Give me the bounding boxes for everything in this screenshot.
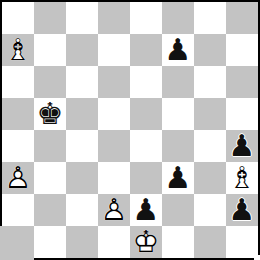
square-g7[interactable] xyxy=(194,34,226,66)
piece-black-king[interactable]: ♚ xyxy=(34,98,66,130)
square-e6[interactable] xyxy=(130,66,162,98)
square-c6[interactable] xyxy=(66,66,98,98)
square-d2[interactable]: ♟♙ xyxy=(98,194,130,226)
square-b5[interactable]: ♚ xyxy=(34,98,66,130)
square-d5[interactable] xyxy=(98,98,130,130)
white-bishop-icon: ♗ xyxy=(2,34,34,66)
square-h5[interactable] xyxy=(226,98,258,130)
piece-black-pawn[interactable]: ♟ xyxy=(226,130,258,162)
white-bishop-icon: ♗ xyxy=(226,162,258,194)
square-h1[interactable] xyxy=(226,226,258,258)
square-a2[interactable] xyxy=(2,194,34,226)
square-a7[interactable]: ♝♗ xyxy=(2,34,34,66)
square-f8[interactable] xyxy=(162,2,194,34)
square-c5[interactable] xyxy=(66,98,98,130)
square-e2[interactable]: ♟ xyxy=(130,194,162,226)
piece-white-king[interactable]: ♚♔ xyxy=(130,226,162,258)
square-d4[interactable] xyxy=(98,130,130,162)
square-g3[interactable] xyxy=(194,162,226,194)
piece-white-bishop[interactable]: ♝♗ xyxy=(2,34,34,66)
square-d3[interactable] xyxy=(98,162,130,194)
square-b4[interactable] xyxy=(34,130,66,162)
white-pawn-icon: ♙ xyxy=(2,162,34,194)
square-b2[interactable] xyxy=(34,194,66,226)
square-b6[interactable] xyxy=(34,66,66,98)
square-f6[interactable] xyxy=(162,66,194,98)
square-d6[interactable] xyxy=(98,66,130,98)
square-c4[interactable] xyxy=(66,130,98,162)
square-a4[interactable] xyxy=(2,130,34,162)
square-f1[interactable] xyxy=(162,226,194,258)
square-b7[interactable] xyxy=(34,34,66,66)
square-e3[interactable] xyxy=(130,162,162,194)
square-a5[interactable] xyxy=(2,98,34,130)
square-h2[interactable]: ♟ xyxy=(226,194,258,226)
square-b8[interactable] xyxy=(34,2,66,34)
piece-black-pawn[interactable]: ♟ xyxy=(130,194,162,226)
square-h7[interactable] xyxy=(226,34,258,66)
square-c7[interactable] xyxy=(66,34,98,66)
chess-board: ♝♗♟♚♟♟♙♟♝♗♟♙♟♟♚♔ xyxy=(2,2,258,258)
white-pawn-icon: ♙ xyxy=(98,194,130,226)
square-f3[interactable]: ♟ xyxy=(162,162,194,194)
piece-white-pawn[interactable]: ♟♙ xyxy=(98,194,130,226)
square-c2[interactable] xyxy=(66,194,98,226)
square-f2[interactable] xyxy=(162,194,194,226)
square-b1[interactable] xyxy=(34,226,66,258)
square-b3[interactable] xyxy=(34,162,66,194)
square-a3[interactable]: ♟♙ xyxy=(2,162,34,194)
chess-diagram: ♝♗♟♚♟♟♙♟♝♗♟♙♟♟♚♔ xyxy=(0,0,260,260)
square-e5[interactable] xyxy=(130,98,162,130)
piece-white-pawn[interactable]: ♟♙ xyxy=(2,162,34,194)
square-c3[interactable] xyxy=(66,162,98,194)
square-e8[interactable] xyxy=(130,2,162,34)
board-frame-right xyxy=(258,0,260,255)
square-g5[interactable] xyxy=(194,98,226,130)
piece-black-pawn[interactable]: ♟ xyxy=(226,194,258,226)
square-h8[interactable] xyxy=(226,2,258,34)
white-king-icon: ♔ xyxy=(130,226,162,258)
square-g4[interactable] xyxy=(194,130,226,162)
square-h6[interactable] xyxy=(226,66,258,98)
square-e1[interactable]: ♚♔ xyxy=(130,226,162,258)
square-g2[interactable] xyxy=(194,194,226,226)
square-c1[interactable] xyxy=(66,226,98,258)
piece-black-pawn[interactable]: ♟ xyxy=(162,34,194,66)
square-f5[interactable] xyxy=(162,98,194,130)
square-g1[interactable] xyxy=(194,226,226,258)
square-d8[interactable] xyxy=(98,2,130,34)
square-e4[interactable] xyxy=(130,130,162,162)
square-f7[interactable]: ♟ xyxy=(162,34,194,66)
square-e7[interactable] xyxy=(130,34,162,66)
square-a6[interactable] xyxy=(2,66,34,98)
square-h4[interactable]: ♟ xyxy=(226,130,258,162)
square-g8[interactable] xyxy=(194,2,226,34)
square-f4[interactable] xyxy=(162,130,194,162)
piece-black-pawn[interactable]: ♟ xyxy=(162,162,194,194)
square-h3[interactable]: ♝♗ xyxy=(226,162,258,194)
square-c8[interactable] xyxy=(66,2,98,34)
piece-white-bishop[interactable]: ♝♗ xyxy=(226,162,258,194)
square-d1[interactable] xyxy=(98,226,130,258)
square-d7[interactable] xyxy=(98,34,130,66)
scan-bleed-patch-a1 xyxy=(0,226,34,260)
square-a8[interactable] xyxy=(2,2,34,34)
square-g6[interactable] xyxy=(194,66,226,98)
